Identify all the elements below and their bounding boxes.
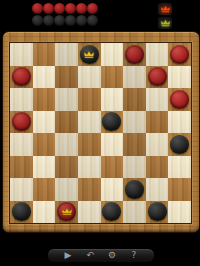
square-r3c3 — [55, 88, 78, 111]
square-r6c2 — [33, 156, 56, 179]
square-r3c6[interactable] — [123, 88, 146, 111]
square-r5c4[interactable] — [78, 133, 101, 156]
captured-black-piece — [87, 15, 98, 26]
square-r3c5 — [101, 88, 124, 111]
play-icon: ▶ — [65, 251, 72, 260]
black-man[interactable] — [12, 202, 31, 221]
square-r3c8[interactable] — [168, 88, 191, 111]
captured-black-piece — [76, 15, 87, 26]
square-r8c7[interactable] — [146, 201, 169, 224]
square-r5c6[interactable] — [123, 133, 146, 156]
captured-red-piece — [32, 3, 43, 14]
square-r2c7[interactable] — [146, 66, 169, 89]
crown-icon — [61, 207, 73, 216]
captured-red-piece — [43, 3, 54, 14]
red-man[interactable] — [125, 45, 144, 64]
square-r1c4[interactable] — [78, 43, 101, 66]
square-r8c5[interactable] — [101, 201, 124, 224]
captured-red-piece — [54, 3, 65, 14]
red-man[interactable] — [12, 67, 31, 86]
help-icon: ? — [132, 251, 137, 260]
square-r2c8 — [168, 66, 191, 89]
red-man[interactable] — [170, 90, 189, 109]
square-r5c1 — [10, 133, 33, 156]
square-r7c1 — [10, 178, 33, 201]
square-r8c2 — [33, 201, 56, 224]
captured-black-row — [32, 15, 98, 27]
square-r3c2[interactable] — [33, 88, 56, 111]
captured-black-piece — [32, 15, 43, 26]
square-r8c3[interactable] — [55, 201, 78, 224]
captured-red-row — [32, 3, 98, 15]
square-r8c6 — [123, 201, 146, 224]
red-man[interactable] — [12, 112, 31, 131]
square-r7c2[interactable] — [33, 178, 56, 201]
black-man[interactable] — [170, 135, 189, 154]
square-r5c5 — [101, 133, 124, 156]
square-r2c3[interactable] — [55, 66, 78, 89]
red-man[interactable] — [148, 67, 167, 86]
square-r2c5[interactable] — [101, 66, 124, 89]
square-r8c1[interactable] — [10, 201, 33, 224]
settings-button[interactable]: ⚙ — [106, 249, 118, 262]
square-r5c7 — [146, 133, 169, 156]
undo-icon: ↶ — [86, 251, 94, 260]
play-button[interactable]: ▶ — [62, 249, 74, 262]
crown-icon — [160, 5, 171, 13]
square-r6c8 — [168, 156, 191, 179]
square-r4c7[interactable] — [146, 111, 169, 134]
square-r2c2 — [33, 66, 56, 89]
square-r8c8 — [168, 201, 191, 224]
square-r6c5[interactable] — [101, 156, 124, 179]
app-background: ▶↶⚙? — [0, 0, 200, 266]
black-man[interactable] — [148, 202, 167, 221]
square-r1c6[interactable] — [123, 43, 146, 66]
player-indicators — [158, 3, 172, 31]
square-r6c3[interactable] — [55, 156, 78, 179]
gear-icon: ⚙ — [108, 251, 116, 260]
black-man[interactable] — [102, 112, 121, 131]
square-r4c8 — [168, 111, 191, 134]
red-king[interactable] — [57, 202, 76, 221]
square-r4c4 — [78, 111, 101, 134]
square-r7c4[interactable] — [78, 178, 101, 201]
black-man[interactable] — [125, 180, 144, 199]
captured-black-piece — [65, 15, 76, 26]
square-r2c4 — [78, 66, 101, 89]
undo-button[interactable]: ↶ — [84, 249, 96, 262]
square-r8c4 — [78, 201, 101, 224]
red-player-indicator — [158, 3, 172, 15]
square-r1c3 — [55, 43, 78, 66]
red-man[interactable] — [170, 45, 189, 64]
square-r1c8[interactable] — [168, 43, 191, 66]
square-r6c7[interactable] — [146, 156, 169, 179]
square-r2c6 — [123, 66, 146, 89]
square-r5c2[interactable] — [33, 133, 56, 156]
captured-red-piece — [65, 3, 76, 14]
square-r7c6[interactable] — [123, 178, 146, 201]
board-grid — [9, 42, 192, 224]
square-r4c3[interactable] — [55, 111, 78, 134]
square-r7c7 — [146, 178, 169, 201]
square-r3c1 — [10, 88, 33, 111]
square-r3c4[interactable] — [78, 88, 101, 111]
captured-trays — [32, 3, 98, 27]
square-r5c3 — [55, 133, 78, 156]
square-r4c5[interactable] — [101, 111, 124, 134]
captured-black-piece — [54, 15, 65, 26]
board — [2, 31, 200, 233]
square-r7c3 — [55, 178, 78, 201]
square-r6c6 — [123, 156, 146, 179]
square-r1c5 — [101, 43, 124, 66]
square-r1c2[interactable] — [33, 43, 56, 66]
black-king[interactable] — [80, 45, 99, 64]
square-r6c4 — [78, 156, 101, 179]
black-man[interactable] — [102, 202, 121, 221]
captured-red-piece — [76, 3, 87, 14]
square-r2c1[interactable] — [10, 66, 33, 89]
toolbar: ▶↶⚙? — [47, 248, 155, 263]
square-r7c8[interactable] — [168, 178, 191, 201]
square-r3c7 — [146, 88, 169, 111]
square-r5c8[interactable] — [168, 133, 191, 156]
help-button[interactable]: ? — [128, 249, 140, 262]
square-r7c5 — [101, 178, 124, 201]
square-r1c1 — [10, 43, 33, 66]
square-r4c2 — [33, 111, 56, 134]
captured-black-piece — [43, 15, 54, 26]
square-r6c1[interactable] — [10, 156, 33, 179]
captured-red-piece — [87, 3, 98, 14]
square-r4c6 — [123, 111, 146, 134]
black-player-indicator — [158, 17, 172, 29]
crown-icon — [160, 19, 171, 27]
square-r4c1[interactable] — [10, 111, 33, 134]
square-r1c7 — [146, 43, 169, 66]
crown-icon — [83, 50, 95, 59]
